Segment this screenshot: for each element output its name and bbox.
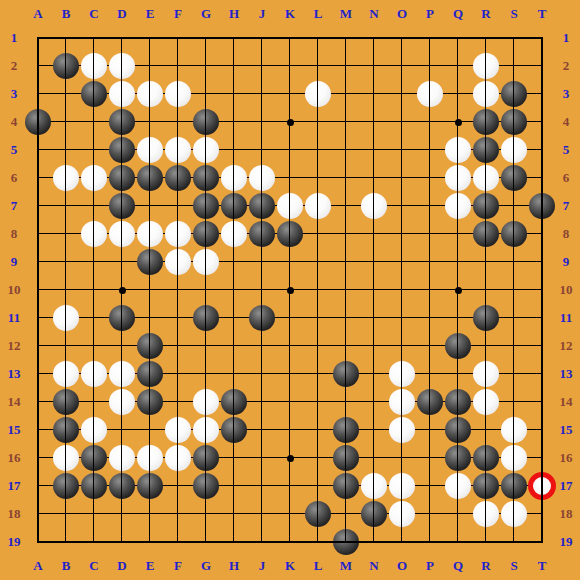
intersection-e6[interactable] — [136, 164, 164, 192]
intersection-c13[interactable] — [80, 360, 108, 388]
intersection-j17[interactable] — [248, 472, 276, 500]
intersection-p18[interactable] — [416, 500, 444, 528]
intersection-d4[interactable] — [108, 108, 136, 136]
intersection-q12[interactable] — [444, 332, 472, 360]
intersection-s12[interactable] — [500, 332, 528, 360]
intersection-k18[interactable] — [276, 500, 304, 528]
intersection-b13[interactable] — [52, 360, 80, 388]
intersection-k2[interactable] — [276, 52, 304, 80]
intersection-l6[interactable] — [304, 164, 332, 192]
intersection-n11[interactable] — [360, 304, 388, 332]
intersection-o12[interactable] — [388, 332, 416, 360]
intersection-e7[interactable] — [136, 192, 164, 220]
intersection-t14[interactable] — [528, 388, 556, 416]
intersection-j9[interactable] — [248, 248, 276, 276]
intersection-t9[interactable] — [528, 248, 556, 276]
intersection-p11[interactable] — [416, 304, 444, 332]
intersection-s14[interactable] — [500, 388, 528, 416]
intersection-o17[interactable] — [388, 472, 416, 500]
intersection-b1[interactable] — [52, 24, 80, 52]
intersection-p10[interactable] — [416, 276, 444, 304]
intersection-r10[interactable] — [472, 276, 500, 304]
intersection-b3[interactable] — [52, 80, 80, 108]
intersection-l9[interactable] — [304, 248, 332, 276]
intersection-k8[interactable] — [276, 220, 304, 248]
intersection-f13[interactable] — [164, 360, 192, 388]
intersection-q2[interactable] — [444, 52, 472, 80]
intersection-k3[interactable] — [276, 80, 304, 108]
intersection-m3[interactable] — [332, 80, 360, 108]
intersection-e17[interactable] — [136, 472, 164, 500]
intersection-b7[interactable] — [52, 192, 80, 220]
intersection-n19[interactable] — [360, 528, 388, 556]
intersection-g17[interactable] — [192, 472, 220, 500]
intersection-o13[interactable] — [388, 360, 416, 388]
intersection-h17[interactable] — [220, 472, 248, 500]
intersection-a9[interactable] — [24, 248, 52, 276]
intersection-b10[interactable] — [52, 276, 80, 304]
intersection-q15[interactable] — [444, 416, 472, 444]
intersection-p2[interactable] — [416, 52, 444, 80]
intersection-o11[interactable] — [388, 304, 416, 332]
intersection-h5[interactable] — [220, 136, 248, 164]
intersection-e9[interactable] — [136, 248, 164, 276]
intersection-j19[interactable] — [248, 528, 276, 556]
intersection-h10[interactable] — [220, 276, 248, 304]
intersection-t7[interactable] — [528, 192, 556, 220]
intersection-d7[interactable] — [108, 192, 136, 220]
intersection-q4[interactable] — [444, 108, 472, 136]
intersection-d1[interactable] — [108, 24, 136, 52]
intersection-l3[interactable] — [304, 80, 332, 108]
intersection-g15[interactable] — [192, 416, 220, 444]
intersection-d17[interactable] — [108, 472, 136, 500]
intersection-q7[interactable] — [444, 192, 472, 220]
intersection-t11[interactable] — [528, 304, 556, 332]
intersection-a11[interactable] — [24, 304, 52, 332]
intersection-m11[interactable] — [332, 304, 360, 332]
intersection-t19[interactable] — [528, 528, 556, 556]
intersection-k15[interactable] — [276, 416, 304, 444]
intersection-j4[interactable] — [248, 108, 276, 136]
intersection-e15[interactable] — [136, 416, 164, 444]
intersection-b6[interactable] — [52, 164, 80, 192]
intersection-a12[interactable] — [24, 332, 52, 360]
intersection-f6[interactable] — [164, 164, 192, 192]
intersection-l1[interactable] — [304, 24, 332, 52]
intersection-c7[interactable] — [80, 192, 108, 220]
intersection-r18[interactable] — [472, 500, 500, 528]
intersection-n15[interactable] — [360, 416, 388, 444]
intersection-s5[interactable] — [500, 136, 528, 164]
intersection-p4[interactable] — [416, 108, 444, 136]
intersection-c16[interactable] — [80, 444, 108, 472]
intersection-j8[interactable] — [248, 220, 276, 248]
intersection-q13[interactable] — [444, 360, 472, 388]
intersection-r9[interactable] — [472, 248, 500, 276]
intersection-n6[interactable] — [360, 164, 388, 192]
intersection-f18[interactable] — [164, 500, 192, 528]
intersection-g19[interactable] — [192, 528, 220, 556]
intersection-c12[interactable] — [80, 332, 108, 360]
intersection-m7[interactable] — [332, 192, 360, 220]
intersection-d15[interactable] — [108, 416, 136, 444]
intersection-a13[interactable] — [24, 360, 52, 388]
intersection-o9[interactable] — [388, 248, 416, 276]
intersection-g16[interactable] — [192, 444, 220, 472]
intersection-p7[interactable] — [416, 192, 444, 220]
intersection-b16[interactable] — [52, 444, 80, 472]
intersection-q9[interactable] — [444, 248, 472, 276]
intersection-a10[interactable] — [24, 276, 52, 304]
intersection-l18[interactable] — [304, 500, 332, 528]
intersection-n3[interactable] — [360, 80, 388, 108]
intersection-o4[interactable] — [388, 108, 416, 136]
intersection-n9[interactable] — [360, 248, 388, 276]
intersection-e14[interactable] — [136, 388, 164, 416]
intersection-q5[interactable] — [444, 136, 472, 164]
intersection-d3[interactable] — [108, 80, 136, 108]
intersection-d8[interactable] — [108, 220, 136, 248]
intersection-j7[interactable] — [248, 192, 276, 220]
intersection-c17[interactable] — [80, 472, 108, 500]
intersection-m2[interactable] — [332, 52, 360, 80]
intersection-a4[interactable] — [24, 108, 52, 136]
intersection-s19[interactable] — [500, 528, 528, 556]
intersection-g10[interactable] — [192, 276, 220, 304]
intersection-a8[interactable] — [24, 220, 52, 248]
intersection-h7[interactable] — [220, 192, 248, 220]
intersection-r6[interactable] — [472, 164, 500, 192]
intersection-p8[interactable] — [416, 220, 444, 248]
intersection-d10[interactable] — [108, 276, 136, 304]
intersection-t17[interactable] — [528, 472, 556, 500]
intersection-f15[interactable] — [164, 416, 192, 444]
intersection-s8[interactable] — [500, 220, 528, 248]
intersection-l7[interactable] — [304, 192, 332, 220]
intersection-d5[interactable] — [108, 136, 136, 164]
intersection-h2[interactable] — [220, 52, 248, 80]
intersection-p14[interactable] — [416, 388, 444, 416]
intersection-p15[interactable] — [416, 416, 444, 444]
intersection-d16[interactable] — [108, 444, 136, 472]
intersection-q17[interactable] — [444, 472, 472, 500]
intersection-c5[interactable] — [80, 136, 108, 164]
intersection-c8[interactable] — [80, 220, 108, 248]
intersection-c2[interactable] — [80, 52, 108, 80]
intersection-g9[interactable] — [192, 248, 220, 276]
intersection-o6[interactable] — [388, 164, 416, 192]
intersection-s9[interactable] — [500, 248, 528, 276]
intersection-l17[interactable] — [304, 472, 332, 500]
intersection-s6[interactable] — [500, 164, 528, 192]
intersection-c6[interactable] — [80, 164, 108, 192]
intersection-n10[interactable] — [360, 276, 388, 304]
intersection-b17[interactable] — [52, 472, 80, 500]
intersection-m19[interactable] — [332, 528, 360, 556]
intersection-r3[interactable] — [472, 80, 500, 108]
intersection-l19[interactable] — [304, 528, 332, 556]
intersection-b12[interactable] — [52, 332, 80, 360]
intersection-s4[interactable] — [500, 108, 528, 136]
intersection-p5[interactable] — [416, 136, 444, 164]
intersection-n16[interactable] — [360, 444, 388, 472]
intersection-f9[interactable] — [164, 248, 192, 276]
intersection-d2[interactable] — [108, 52, 136, 80]
intersection-n17[interactable] — [360, 472, 388, 500]
intersection-q10[interactable] — [444, 276, 472, 304]
intersection-q19[interactable] — [444, 528, 472, 556]
intersection-h14[interactable] — [220, 388, 248, 416]
intersection-g13[interactable] — [192, 360, 220, 388]
intersection-s11[interactable] — [500, 304, 528, 332]
intersection-g5[interactable] — [192, 136, 220, 164]
intersection-o2[interactable] — [388, 52, 416, 80]
intersection-f1[interactable] — [164, 24, 192, 52]
intersection-j2[interactable] — [248, 52, 276, 80]
intersection-g4[interactable] — [192, 108, 220, 136]
intersection-a3[interactable] — [24, 80, 52, 108]
intersection-s18[interactable] — [500, 500, 528, 528]
intersection-s13[interactable] — [500, 360, 528, 388]
intersection-s7[interactable] — [500, 192, 528, 220]
intersection-g12[interactable] — [192, 332, 220, 360]
intersection-d19[interactable] — [108, 528, 136, 556]
intersection-m14[interactable] — [332, 388, 360, 416]
intersection-e11[interactable] — [136, 304, 164, 332]
intersection-f8[interactable] — [164, 220, 192, 248]
intersection-o3[interactable] — [388, 80, 416, 108]
intersection-m10[interactable] — [332, 276, 360, 304]
intersection-t6[interactable] — [528, 164, 556, 192]
intersection-t8[interactable] — [528, 220, 556, 248]
intersection-k16[interactable] — [276, 444, 304, 472]
intersection-k12[interactable] — [276, 332, 304, 360]
intersection-d18[interactable] — [108, 500, 136, 528]
intersection-e2[interactable] — [136, 52, 164, 80]
intersection-g3[interactable] — [192, 80, 220, 108]
intersection-h18[interactable] — [220, 500, 248, 528]
intersection-c18[interactable] — [80, 500, 108, 528]
intersection-r13[interactable] — [472, 360, 500, 388]
intersection-k19[interactable] — [276, 528, 304, 556]
intersection-f17[interactable] — [164, 472, 192, 500]
intersection-p9[interactable] — [416, 248, 444, 276]
intersection-k14[interactable] — [276, 388, 304, 416]
intersection-j10[interactable] — [248, 276, 276, 304]
intersection-s2[interactable] — [500, 52, 528, 80]
intersection-k7[interactable] — [276, 192, 304, 220]
intersection-t18[interactable] — [528, 500, 556, 528]
intersection-g1[interactable] — [192, 24, 220, 52]
intersection-p19[interactable] — [416, 528, 444, 556]
intersection-l12[interactable] — [304, 332, 332, 360]
intersection-f5[interactable] — [164, 136, 192, 164]
intersection-d11[interactable] — [108, 304, 136, 332]
intersection-m15[interactable] — [332, 416, 360, 444]
intersection-j13[interactable] — [248, 360, 276, 388]
intersection-l16[interactable] — [304, 444, 332, 472]
intersection-q18[interactable] — [444, 500, 472, 528]
intersection-f19[interactable] — [164, 528, 192, 556]
intersection-j6[interactable] — [248, 164, 276, 192]
intersection-r19[interactable] — [472, 528, 500, 556]
intersection-m12[interactable] — [332, 332, 360, 360]
intersection-h6[interactable] — [220, 164, 248, 192]
intersection-k4[interactable] — [276, 108, 304, 136]
intersection-h15[interactable] — [220, 416, 248, 444]
intersection-p16[interactable] — [416, 444, 444, 472]
intersection-h11[interactable] — [220, 304, 248, 332]
intersection-s10[interactable] — [500, 276, 528, 304]
intersection-f10[interactable] — [164, 276, 192, 304]
intersection-b4[interactable] — [52, 108, 80, 136]
intersection-q16[interactable] — [444, 444, 472, 472]
intersection-c3[interactable] — [80, 80, 108, 108]
intersection-d14[interactable] — [108, 388, 136, 416]
intersection-a7[interactable] — [24, 192, 52, 220]
intersection-f3[interactable] — [164, 80, 192, 108]
intersection-j1[interactable] — [248, 24, 276, 52]
intersection-o1[interactable] — [388, 24, 416, 52]
intersection-r8[interactable] — [472, 220, 500, 248]
intersection-p1[interactable] — [416, 24, 444, 52]
intersection-b19[interactable] — [52, 528, 80, 556]
intersection-m4[interactable] — [332, 108, 360, 136]
intersection-r7[interactable] — [472, 192, 500, 220]
intersection-k10[interactable] — [276, 276, 304, 304]
intersection-r2[interactable] — [472, 52, 500, 80]
intersection-h9[interactable] — [220, 248, 248, 276]
intersection-t13[interactable] — [528, 360, 556, 388]
intersection-q14[interactable] — [444, 388, 472, 416]
intersection-j12[interactable] — [248, 332, 276, 360]
intersection-t5[interactable] — [528, 136, 556, 164]
intersection-b18[interactable] — [52, 500, 80, 528]
intersection-h1[interactable] — [220, 24, 248, 52]
intersection-d12[interactable] — [108, 332, 136, 360]
intersection-f16[interactable] — [164, 444, 192, 472]
intersection-f7[interactable] — [164, 192, 192, 220]
intersection-f12[interactable] — [164, 332, 192, 360]
intersection-k13[interactable] — [276, 360, 304, 388]
intersection-e12[interactable] — [136, 332, 164, 360]
intersection-q3[interactable] — [444, 80, 472, 108]
intersection-b14[interactable] — [52, 388, 80, 416]
intersection-n1[interactable] — [360, 24, 388, 52]
intersection-j18[interactable] — [248, 500, 276, 528]
intersection-a5[interactable] — [24, 136, 52, 164]
intersection-s1[interactable] — [500, 24, 528, 52]
intersection-t4[interactable] — [528, 108, 556, 136]
intersection-o14[interactable] — [388, 388, 416, 416]
intersection-b15[interactable] — [52, 416, 80, 444]
intersection-a2[interactable] — [24, 52, 52, 80]
intersection-q8[interactable] — [444, 220, 472, 248]
intersection-s16[interactable] — [500, 444, 528, 472]
intersection-p6[interactable] — [416, 164, 444, 192]
intersection-p3[interactable] — [416, 80, 444, 108]
intersection-c9[interactable] — [80, 248, 108, 276]
intersection-k11[interactable] — [276, 304, 304, 332]
intersection-o19[interactable] — [388, 528, 416, 556]
intersection-d9[interactable] — [108, 248, 136, 276]
intersection-b2[interactable] — [52, 52, 80, 80]
intersection-e5[interactable] — [136, 136, 164, 164]
intersection-p13[interactable] — [416, 360, 444, 388]
intersection-d13[interactable] — [108, 360, 136, 388]
intersection-o10[interactable] — [388, 276, 416, 304]
intersection-c10[interactable] — [80, 276, 108, 304]
intersection-t1[interactable] — [528, 24, 556, 52]
intersection-m5[interactable] — [332, 136, 360, 164]
intersection-m6[interactable] — [332, 164, 360, 192]
intersection-o18[interactable] — [388, 500, 416, 528]
intersection-c19[interactable] — [80, 528, 108, 556]
intersection-e16[interactable] — [136, 444, 164, 472]
intersection-c15[interactable] — [80, 416, 108, 444]
intersection-a6[interactable] — [24, 164, 52, 192]
intersection-l8[interactable] — [304, 220, 332, 248]
intersection-b9[interactable] — [52, 248, 80, 276]
intersection-a19[interactable] — [24, 528, 52, 556]
intersection-h13[interactable] — [220, 360, 248, 388]
intersection-m13[interactable] — [332, 360, 360, 388]
intersection-r14[interactable] — [472, 388, 500, 416]
intersection-a1[interactable] — [24, 24, 52, 52]
intersection-m17[interactable] — [332, 472, 360, 500]
intersection-g6[interactable] — [192, 164, 220, 192]
intersection-j15[interactable] — [248, 416, 276, 444]
intersection-e8[interactable] — [136, 220, 164, 248]
intersection-p12[interactable] — [416, 332, 444, 360]
intersection-r17[interactable] — [472, 472, 500, 500]
intersection-e19[interactable] — [136, 528, 164, 556]
intersection-s17[interactable] — [500, 472, 528, 500]
intersection-r11[interactable] — [472, 304, 500, 332]
intersection-m16[interactable] — [332, 444, 360, 472]
intersection-e4[interactable] — [136, 108, 164, 136]
intersection-l11[interactable] — [304, 304, 332, 332]
intersection-f2[interactable] — [164, 52, 192, 80]
intersection-g7[interactable] — [192, 192, 220, 220]
intersection-m9[interactable] — [332, 248, 360, 276]
intersection-c1[interactable] — [80, 24, 108, 52]
intersection-r12[interactable] — [472, 332, 500, 360]
intersection-l14[interactable] — [304, 388, 332, 416]
intersection-l4[interactable] — [304, 108, 332, 136]
intersection-a18[interactable] — [24, 500, 52, 528]
intersection-e18[interactable] — [136, 500, 164, 528]
intersection-h12[interactable] — [220, 332, 248, 360]
intersection-n14[interactable] — [360, 388, 388, 416]
intersection-l5[interactable] — [304, 136, 332, 164]
intersection-q11[interactable] — [444, 304, 472, 332]
intersection-j14[interactable] — [248, 388, 276, 416]
intersection-k1[interactable] — [276, 24, 304, 52]
intersection-d6[interactable] — [108, 164, 136, 192]
intersection-j3[interactable] — [248, 80, 276, 108]
intersection-h4[interactable] — [220, 108, 248, 136]
intersection-l2[interactable] — [304, 52, 332, 80]
intersection-t3[interactable] — [528, 80, 556, 108]
intersection-e3[interactable] — [136, 80, 164, 108]
intersection-a17[interactable] — [24, 472, 52, 500]
intersection-h16[interactable] — [220, 444, 248, 472]
intersection-m1[interactable] — [332, 24, 360, 52]
intersection-n5[interactable] — [360, 136, 388, 164]
intersection-j16[interactable] — [248, 444, 276, 472]
